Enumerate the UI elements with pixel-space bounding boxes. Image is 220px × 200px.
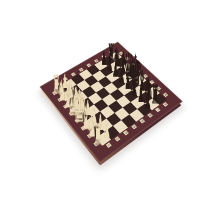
coord-label-2: 2 [114, 136, 121, 142]
coord-label-6: 6 [147, 113, 154, 119]
coord-label-8: 8 [162, 102, 169, 108]
frame-edge: 3 [120, 128, 133, 139]
coord-label-4: 4 [131, 124, 138, 130]
coord-label-7: 7 [154, 107, 161, 113]
chess-board[interactable]: ABCDEFGH8♜♞♝♛♚♝♞♜87♟♟♟♟♟♟♟♟7665544332♟♟♟… [40, 42, 183, 163]
chessboard-scene: ABCDEFGH8♜♞♝♛♚♝♞♜87♟♟♟♟♟♟♟♟7665544332♟♟♟… [59, 43, 161, 145]
coord-label-5: 5 [139, 118, 146, 124]
coord-label-1: 1 [105, 142, 112, 149]
product-photo: ABCDEFGH8♜♞♝♛♚♝♞♜87♟♟♟♟♟♟♟♟7665544332♟♟♟… [0, 0, 220, 200]
piece-white-pawn[interactable]: ♟ [103, 119, 111, 136]
piece-black-rook[interactable]: ♜ [151, 81, 160, 102]
piece-white-rook[interactable]: ♜ [93, 120, 103, 143]
coord-label-3: 3 [122, 130, 129, 136]
piece-black-pawn[interactable]: ♟ [144, 91, 151, 107]
